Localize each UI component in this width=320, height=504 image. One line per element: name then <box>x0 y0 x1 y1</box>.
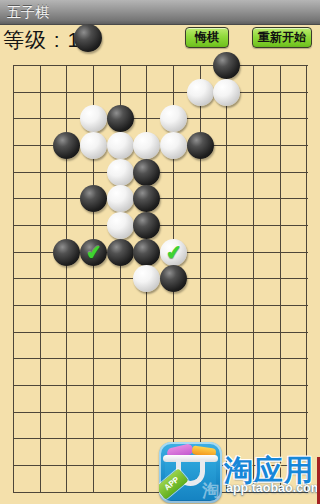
watermark-url-text: app.taobao.com <box>226 481 320 495</box>
undo-button[interactable]: 悔棋 <box>185 27 229 48</box>
icon-tao-character: 淘 <box>202 479 219 502</box>
white-stone <box>107 212 134 239</box>
black-stone <box>213 52 240 79</box>
board-grid[interactable]: ✔✔ <box>13 65 308 493</box>
white-stone <box>133 132 160 159</box>
white-stone <box>107 185 134 212</box>
black-stone <box>80 185 107 212</box>
black-stone <box>53 132 80 159</box>
black-stone <box>107 105 134 132</box>
taobao-watermark[interactable]: APP 淘 淘应用 app.taobao.com <box>158 440 320 504</box>
black-stone <box>53 239 80 266</box>
black-stone <box>160 265 187 292</box>
title-bar: 五子棋 <box>0 0 320 25</box>
app-title: 五子棋 <box>7 0 49 24</box>
white-stone <box>187 79 214 106</box>
white-stone <box>133 265 160 292</box>
black-stone <box>187 132 214 159</box>
white-stone <box>213 79 240 106</box>
restart-button[interactable]: 重新开始 <box>252 27 312 48</box>
white-stone <box>160 132 187 159</box>
last-move-check-icon: ✔ <box>85 242 103 263</box>
white-stone <box>80 132 107 159</box>
white-stone <box>160 105 187 132</box>
black-stone <box>133 212 160 239</box>
white-stone <box>107 132 134 159</box>
level-label: 等级 : 1 <box>3 26 80 54</box>
black-stone <box>133 159 160 186</box>
turn-indicator-stone <box>74 24 102 52</box>
taobao-appstore-icon[interactable]: APP 淘 <box>159 442 222 503</box>
white-stone <box>80 105 107 132</box>
black-stone <box>107 239 134 266</box>
black-stone <box>133 185 160 212</box>
black-stone <box>133 239 160 266</box>
white-stone: ✔ <box>160 239 187 266</box>
black-stone: ✔ <box>80 239 107 266</box>
last-move-check-icon: ✔ <box>165 242 183 263</box>
white-stone <box>107 159 134 186</box>
